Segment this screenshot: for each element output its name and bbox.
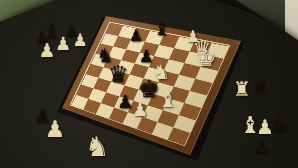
chess-photo-scene: ♝♟♝♟♟♟♟♟♛♟♟♞♚♞♛♜♜♚♝♟♟♟♞♝♟♟♟♞ <box>0 0 298 168</box>
